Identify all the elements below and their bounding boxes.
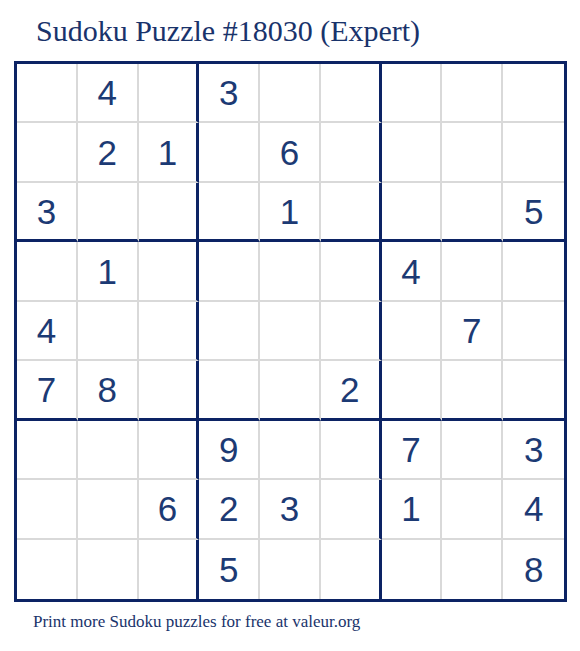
cell-r2c9-empty [503,123,564,182]
cell-r8c7-given: 1 [382,480,443,539]
cell-r2c3-given: 1 [139,123,200,182]
sudoku-board: 4321631514477829736231458 [14,61,567,602]
cell-r7c6-empty [321,421,382,480]
cell-r5c5-empty [260,302,321,361]
cell-r9c4-given: 5 [199,540,260,599]
cell-r3c8-empty [442,183,503,242]
cell-r3c4-empty [199,183,260,242]
page-title: Sudoku Puzzle #18030 (Expert) [36,14,420,47]
cell-r1c1-empty [17,64,78,123]
cell-r4c8-empty [442,242,503,301]
cell-r2c6-empty [321,123,382,182]
cell-r4c9-empty [503,242,564,301]
cell-r4c2-given: 1 [78,242,139,301]
cell-r5c8-given: 7 [442,302,503,361]
cell-r1c4-given: 3 [199,64,260,123]
cell-r4c3-empty [139,242,200,301]
cell-r7c4-given: 9 [199,421,260,480]
cell-r3c3-empty [139,183,200,242]
cell-r7c5-empty [260,421,321,480]
cell-r6c2-given: 8 [78,361,139,420]
cell-r5c7-empty [382,302,443,361]
cell-r6c7-empty [382,361,443,420]
cell-r2c8-empty [442,123,503,182]
cell-r5c6-empty [321,302,382,361]
cell-r4c1-empty [17,242,78,301]
cell-r1c3-empty [139,64,200,123]
cell-r9c1-empty [17,540,78,599]
cell-r5c9-empty [503,302,564,361]
cell-r6c5-empty [260,361,321,420]
cell-r9c6-empty [321,540,382,599]
cell-r5c4-empty [199,302,260,361]
cell-r2c5-given: 6 [260,123,321,182]
cell-r6c1-given: 7 [17,361,78,420]
cell-r1c5-empty [260,64,321,123]
cell-r8c1-empty [17,480,78,539]
cell-r5c3-empty [139,302,200,361]
cell-r8c4-given: 2 [199,480,260,539]
cell-r1c8-empty [442,64,503,123]
cell-r4c5-empty [260,242,321,301]
cell-r9c2-empty [78,540,139,599]
cell-r5c1-given: 4 [17,302,78,361]
cell-r9c3-empty [139,540,200,599]
cell-r5c2-empty [78,302,139,361]
cell-r3c6-empty [321,183,382,242]
cell-r8c5-given: 3 [260,480,321,539]
footer-text: Print more Sudoku puzzles for free at va… [33,612,360,632]
cell-r9c8-empty [442,540,503,599]
cell-r7c7-given: 7 [382,421,443,480]
cell-r7c1-empty [17,421,78,480]
cell-r8c3-given: 6 [139,480,200,539]
cell-r6c8-empty [442,361,503,420]
cell-r2c2-given: 2 [78,123,139,182]
cell-r8c6-empty [321,480,382,539]
cell-r1c6-empty [321,64,382,123]
cell-r8c9-given: 4 [503,480,564,539]
cell-r8c2-empty [78,480,139,539]
cell-r3c2-empty [78,183,139,242]
cell-r4c6-empty [321,242,382,301]
cell-r2c4-empty [199,123,260,182]
cell-r1c2-given: 4 [78,64,139,123]
cell-r7c2-empty [78,421,139,480]
cell-r1c7-empty [382,64,443,123]
cell-r6c3-empty [139,361,200,420]
cell-r6c6-given: 2 [321,361,382,420]
cell-r3c1-given: 3 [17,183,78,242]
cell-r9c7-empty [382,540,443,599]
cell-r2c7-empty [382,123,443,182]
cell-r1c9-empty [503,64,564,123]
cell-r2c1-empty [17,123,78,182]
cell-r3c9-given: 5 [503,183,564,242]
cell-r9c5-empty [260,540,321,599]
cell-r9c9-given: 8 [503,540,564,599]
cell-r3c7-empty [382,183,443,242]
cell-r4c4-empty [199,242,260,301]
cell-r7c9-given: 3 [503,421,564,480]
cell-r7c8-empty [442,421,503,480]
cell-r6c4-empty [199,361,260,420]
cell-r8c8-empty [442,480,503,539]
cell-r6c9-empty [503,361,564,420]
cell-r3c5-given: 1 [260,183,321,242]
cell-r7c3-empty [139,421,200,480]
cell-r4c7-given: 4 [382,242,443,301]
